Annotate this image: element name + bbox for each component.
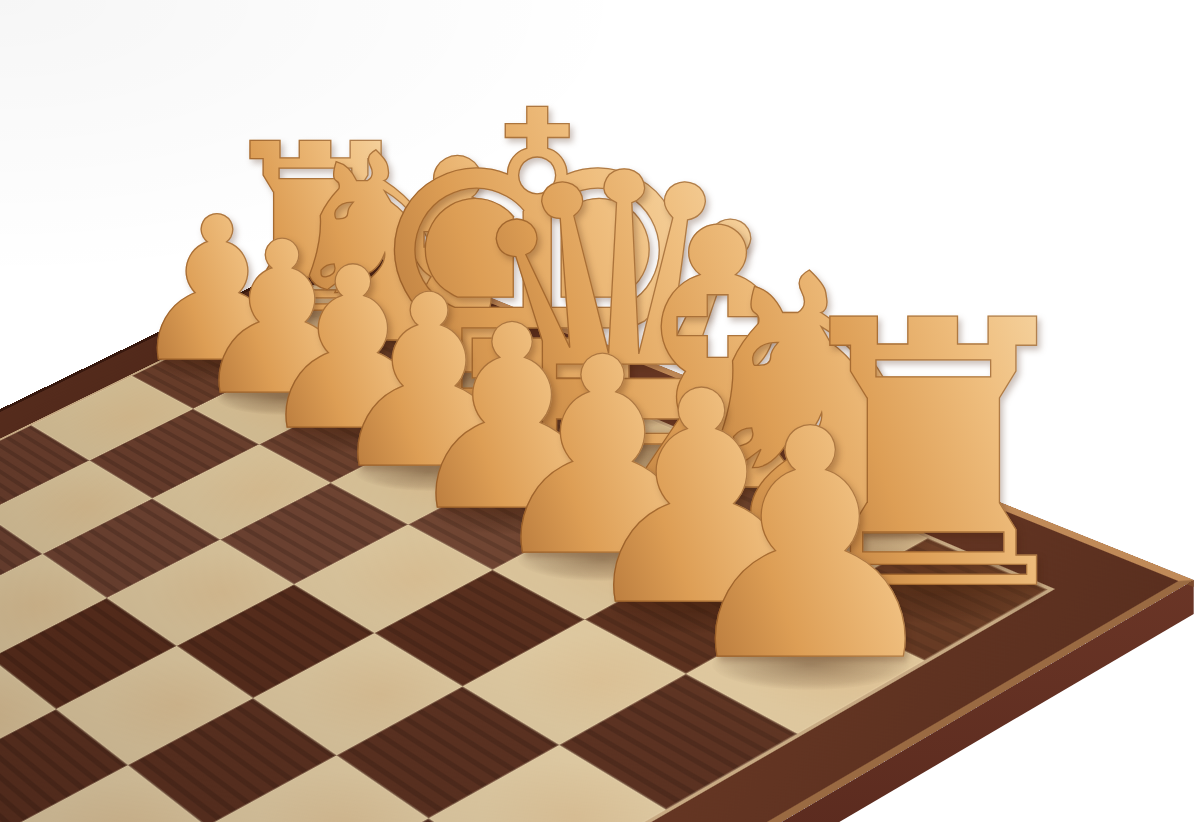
chess-set-photo: ♜♞♟♝♟♚♟♛♟♝♟♞♟♜♟♟ (0, 0, 1200, 822)
piece-white-pawn-a2[interactable]: ♟ (652, 420, 969, 674)
